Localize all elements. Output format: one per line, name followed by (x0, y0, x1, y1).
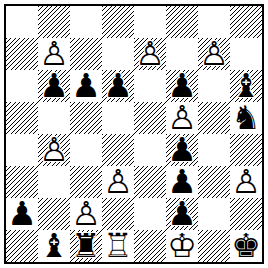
square-g4 (198, 134, 230, 166)
black-pawn-body: ♟ (6, 197, 38, 229)
square-h5: ♞ (230, 102, 262, 134)
square-g3 (198, 166, 230, 198)
white-pawn-outline: ♙ (166, 101, 198, 133)
white-pawn-outline: ♙ (230, 165, 262, 197)
black-pawn-d6: ♟ (102, 70, 134, 102)
square-f8 (166, 6, 198, 38)
white-pawn-e7: ♟♙ (134, 38, 166, 70)
white-pawn-d3: ♟♙ (102, 166, 134, 198)
black-pawn-c6: ♟ (70, 70, 102, 102)
white-king-f1: ♚♔ (166, 230, 198, 262)
white-king-outline: ♔ (166, 229, 198, 261)
black-pawn-body: ♟ (166, 165, 198, 197)
black-pawn-body: ♟ (38, 69, 70, 101)
square-d3: ♟♙ (102, 166, 134, 198)
black-pawn-body: ♟ (70, 69, 102, 101)
white-pawn-g7: ♟♙ (198, 38, 230, 70)
black-pawn-body: ♟ (166, 69, 198, 101)
black-pawn-b6: ♟ (38, 70, 70, 102)
square-d5 (102, 102, 134, 134)
white-pawn-outline: ♙ (134, 37, 166, 69)
square-e1 (134, 230, 166, 262)
square-g7: ♟♙ (198, 38, 230, 70)
square-a6 (6, 70, 38, 102)
black-knight-body: ♞ (230, 101, 262, 133)
square-c8 (70, 6, 102, 38)
black-pawn-body: ♟ (166, 133, 198, 165)
square-b4: ♟♙ (38, 134, 70, 166)
white-pawn-outline: ♙ (38, 133, 70, 165)
square-h3: ♟♙ (230, 166, 262, 198)
square-c5 (70, 102, 102, 134)
black-bishop-body: ♝ (230, 69, 262, 101)
white-rook-d1: ♜♖ (102, 230, 134, 262)
black-knight-h5: ♞ (230, 102, 262, 134)
square-a8 (6, 6, 38, 38)
black-bishop-b1: ♝ (38, 230, 70, 262)
square-g6 (198, 70, 230, 102)
black-pawn-body: ♟ (166, 197, 198, 229)
black-pawn-body: ♟ (102, 69, 134, 101)
square-h8 (230, 6, 262, 38)
white-pawn-outline: ♙ (102, 165, 134, 197)
square-e2 (134, 198, 166, 230)
square-a5 (6, 102, 38, 134)
white-rook-outline: ♖ (102, 229, 134, 261)
square-e4 (134, 134, 166, 166)
square-a7 (6, 38, 38, 70)
square-c6: ♟ (70, 70, 102, 102)
black-rook-body: ♜ (70, 229, 102, 261)
square-a1 (6, 230, 38, 262)
white-pawn-b4: ♟♙ (38, 134, 70, 166)
square-e5 (134, 102, 166, 134)
square-e6 (134, 70, 166, 102)
square-f1: ♚♔ (166, 230, 198, 262)
square-e3 (134, 166, 166, 198)
white-pawn-h3: ♟♙ (230, 166, 262, 198)
square-g5 (198, 102, 230, 134)
white-pawn-outline: ♙ (198, 37, 230, 69)
square-g1 (198, 230, 230, 262)
black-bishop-body: ♝ (38, 229, 70, 261)
square-a2: ♟ (6, 198, 38, 230)
black-king-h1: ♚ (230, 230, 262, 262)
white-pawn-outline: ♙ (70, 197, 102, 229)
square-c4 (70, 134, 102, 166)
black-rook-c1: ♜ (70, 230, 102, 262)
square-d8 (102, 6, 134, 38)
chess-board: ♟♙♟♙♟♙♟♟♟♟♝♟♙♞♟♙♟♟♙♟♟♙♟♟♙♟♝♜♜♖♚♔♚ (4, 4, 264, 264)
black-king-body: ♚ (230, 229, 262, 261)
square-c1: ♜ (70, 230, 102, 262)
square-g2 (198, 198, 230, 230)
square-h1: ♚ (230, 230, 262, 262)
square-a4 (6, 134, 38, 166)
square-b6: ♟ (38, 70, 70, 102)
white-pawn-outline: ♙ (38, 37, 70, 69)
square-d1: ♜♖ (102, 230, 134, 262)
square-b3 (38, 166, 70, 198)
black-pawn-a2: ♟ (6, 198, 38, 230)
square-d6: ♟ (102, 70, 134, 102)
square-b1: ♝ (38, 230, 70, 262)
square-e7: ♟♙ (134, 38, 166, 70)
